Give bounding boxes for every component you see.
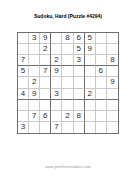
sudoku-cell-r7c3 <box>40 100 51 111</box>
sudoku-cell-r1c7: 5 <box>85 33 96 44</box>
sudoku-cell-r4c5 <box>62 66 73 77</box>
sudoku-cell-r6c4: 3 <box>51 89 62 100</box>
sudoku-cell-r3c7 <box>85 55 96 66</box>
sudoku-cell-r6c6 <box>74 89 85 100</box>
sudoku-cell-r5c4 <box>51 77 62 88</box>
sudoku-cell-r9c1: 3 <box>18 122 29 133</box>
sudoku-cell-r9c2 <box>29 122 40 133</box>
sudoku-cell-r5c6 <box>74 77 85 88</box>
sudoku-cell-r9c9 <box>107 122 118 133</box>
sudoku-cell-r1c8 <box>96 33 107 44</box>
sudoku-cell-r6c7: 2 <box>85 89 96 100</box>
sudoku-cell-r5c7 <box>85 77 96 88</box>
sudoku-cell-r6c1: 4 <box>18 89 29 100</box>
sudoku-cell-r4c1: 5 <box>18 66 29 77</box>
sudoku-cell-r5c1 <box>18 77 29 88</box>
sudoku-cell-r2c1 <box>18 44 29 55</box>
sudoku-cell-r5c5 <box>62 77 73 88</box>
sudoku-grid: 3986525972385796294932762837 <box>17 32 119 134</box>
sudoku-cell-r7c8 <box>96 100 107 111</box>
sudoku-cell-r2c2 <box>29 44 40 55</box>
sudoku-cell-r1c2: 3 <box>29 33 40 44</box>
sudoku-cell-r4c2 <box>29 66 40 77</box>
sudoku-cell-r1c9 <box>107 33 118 44</box>
sudoku-cell-r9c8 <box>96 122 107 133</box>
sudoku-cell-r7c6 <box>74 100 85 111</box>
sudoku-cell-r6c2: 9 <box>29 89 40 100</box>
sudoku-cell-r8c6: 8 <box>74 111 85 122</box>
sudoku-cell-r2c4 <box>51 44 62 55</box>
sudoku-cell-r4c8: 6 <box>96 66 107 77</box>
sudoku-cell-r8c3: 6 <box>40 111 51 122</box>
sudoku-cell-r3c9: 8 <box>107 55 118 66</box>
sudoku-cell-r7c4 <box>51 100 62 111</box>
sudoku-cell-r9c6 <box>74 122 85 133</box>
sudoku-cell-r3c8 <box>96 55 107 66</box>
sudoku-cell-r1c4 <box>51 33 62 44</box>
puzzle-title: Sudoku, Hard (Puzzle #4294) <box>0 12 136 20</box>
sudoku-cell-r9c3 <box>40 122 51 133</box>
sudoku-cell-r3c3 <box>40 55 51 66</box>
footer-url: www.printfreesudoku.com <box>0 164 136 170</box>
sudoku-cell-r3c4: 2 <box>51 55 62 66</box>
sudoku-cell-r3c6: 3 <box>74 55 85 66</box>
sudoku-cell-r1c1 <box>18 33 29 44</box>
sudoku-cell-r2c9 <box>107 44 118 55</box>
sudoku-cell-r3c2 <box>29 55 40 66</box>
sudoku-cell-r2c3: 2 <box>40 44 51 55</box>
sudoku-cell-r8c2: 7 <box>29 111 40 122</box>
sudoku-cell-r1c3: 9 <box>40 33 51 44</box>
sudoku-cell-r7c2 <box>29 100 40 111</box>
sudoku-cell-r4c9 <box>107 66 118 77</box>
sudoku-cell-r6c9 <box>107 89 118 100</box>
sudoku-cell-r5c9: 9 <box>107 77 118 88</box>
sudoku-cell-r4c3: 7 <box>40 66 51 77</box>
sudoku-cell-r4c4: 9 <box>51 66 62 77</box>
sudoku-cell-r3c5 <box>62 55 73 66</box>
sudoku-cell-r8c5: 2 <box>62 111 73 122</box>
sudoku-cell-r6c5 <box>62 89 73 100</box>
sudoku-cell-r1c5: 8 <box>62 33 73 44</box>
sudoku-cell-r3c1: 7 <box>18 55 29 66</box>
sudoku-cell-r7c7 <box>85 100 96 111</box>
sudoku-cell-r6c8 <box>96 89 107 100</box>
sudoku-cell-r2c7: 9 <box>85 44 96 55</box>
sudoku-cell-r9c7 <box>85 122 96 133</box>
sudoku-cell-r2c5 <box>62 44 73 55</box>
sudoku-cell-r4c6 <box>74 66 85 77</box>
sudoku-cell-r8c8 <box>96 111 107 122</box>
sudoku-cell-r8c7 <box>85 111 96 122</box>
sudoku-cell-r5c2: 2 <box>29 77 40 88</box>
sudoku-cell-r7c5 <box>62 100 73 111</box>
sudoku-cell-r7c9 <box>107 100 118 111</box>
sudoku-cell-r2c6: 5 <box>74 44 85 55</box>
sudoku-cell-r1c6: 6 <box>74 33 85 44</box>
sudoku-cell-r5c3 <box>40 77 51 88</box>
sudoku-cell-r2c8 <box>96 44 107 55</box>
sudoku-cell-r8c1 <box>18 111 29 122</box>
sudoku-cell-r9c4: 7 <box>51 122 62 133</box>
sudoku-printable-page: Sudoku, Hard (Puzzle #4294) 398652597238… <box>0 0 136 176</box>
sudoku-cell-r6c3 <box>40 89 51 100</box>
sudoku-cell-r9c5 <box>62 122 73 133</box>
sudoku-cell-r8c4 <box>51 111 62 122</box>
sudoku-cell-r4c7 <box>85 66 96 77</box>
sudoku-cell-r7c1 <box>18 100 29 111</box>
sudoku-cell-r8c9 <box>107 111 118 122</box>
sudoku-cell-r5c8 <box>96 77 107 88</box>
